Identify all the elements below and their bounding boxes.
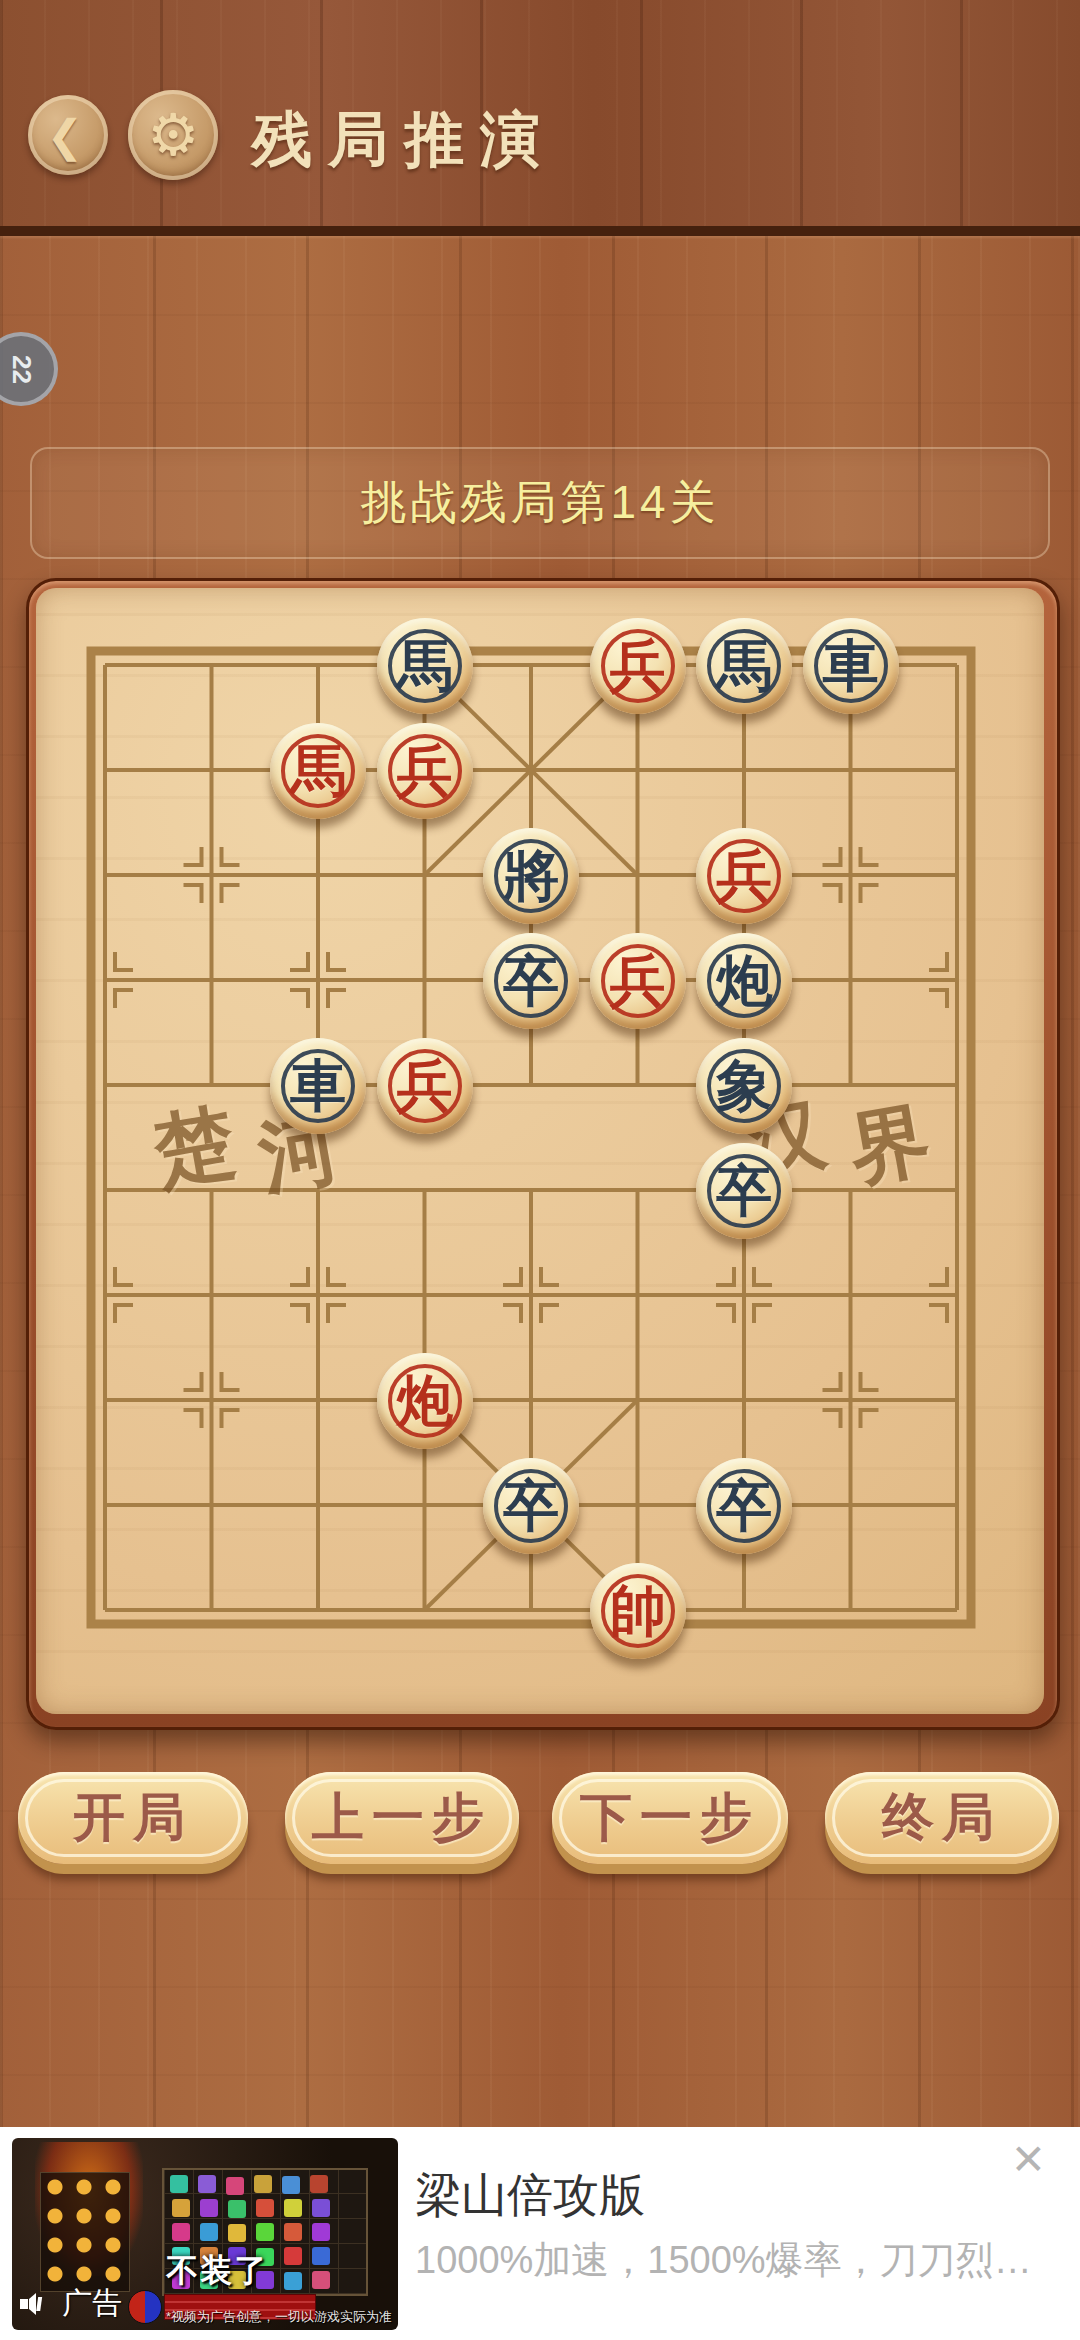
piece-red-帥[interactable]: 帥 [590, 1563, 686, 1659]
ad-close-icon[interactable]: ✕ [1011, 2139, 1046, 2181]
xiangqi-board: 楚 河 汉 界 馬兵馬車馬兵將兵卒兵炮車兵象卒炮卒卒帥 [36, 588, 1044, 1714]
piece-glyph: 卒 [716, 1163, 772, 1219]
piece-red-兵[interactable]: 兵 [590, 618, 686, 714]
back-button[interactable]: ❮ [28, 95, 108, 175]
piece-glyph: 車 [823, 638, 879, 694]
piece-black-卒[interactable]: 卒 [696, 1458, 792, 1554]
piece-red-兵[interactable]: 兵 [377, 1038, 473, 1134]
level-banner: 挑战残局第14关 [30, 447, 1050, 559]
piece-black-炮[interactable]: 炮 [696, 933, 792, 1029]
board-grid: 馬兵馬車馬兵將兵卒兵炮車兵象卒炮卒卒帥 [52, 613, 1011, 1663]
piece-glyph: 車 [290, 1058, 346, 1114]
ad-overlay-text: 不装了 [166, 2249, 268, 2293]
settings-button[interactable]: ⚙ [128, 90, 218, 180]
next-move-button[interactable]: 下一步 [552, 1772, 788, 1864]
previous-move-button[interactable]: 上一步 [285, 1772, 519, 1864]
piece-glyph: 兵 [397, 1058, 453, 1114]
piece-glyph: 兵 [716, 848, 772, 904]
piece-black-卒[interactable]: 卒 [696, 1143, 792, 1239]
piece-red-兵[interactable]: 兵 [590, 933, 686, 1029]
piece-glyph: 卒 [716, 1478, 772, 1534]
piece-glyph: 炮 [716, 953, 772, 1009]
ad-banner: 不装了 广告 *视频为广告创意，一切以游戏实际为准 ✕ 梁山倍攻版 1000%加… [0, 2127, 1080, 2340]
page-title: 残局推演 [252, 100, 556, 181]
piece-red-兵[interactable]: 兵 [377, 723, 473, 819]
floating-badge-value: 22 [5, 355, 36, 384]
piece-glyph: 炮 [397, 1373, 453, 1429]
piece-black-卒[interactable]: 卒 [483, 1458, 579, 1554]
level-banner-text: 挑战残局第14关 [360, 472, 719, 534]
header-divider [0, 226, 1080, 236]
ad-thumbnail[interactable]: 不装了 广告 *视频为广告创意，一切以游戏实际为准 [12, 2138, 398, 2330]
piece-glyph: 兵 [610, 638, 666, 694]
restart-button-label: 开局 [73, 1783, 193, 1853]
piece-black-象[interactable]: 象 [696, 1038, 792, 1134]
piece-glyph: 象 [716, 1058, 772, 1114]
piece-black-車[interactable]: 車 [270, 1038, 366, 1134]
app-screen: ❮ ⚙ 残局推演 22 挑战残局第14关 楚 河 汉 界 馬兵馬車馬兵將兵卒兵炮… [0, 0, 1080, 2340]
final-position-button-label: 终局 [882, 1783, 1002, 1853]
piece-black-馬[interactable]: 馬 [377, 618, 473, 714]
piece-black-將[interactable]: 將 [483, 828, 579, 924]
ad-label: 广告 [20, 2283, 122, 2324]
piece-black-卒[interactable]: 卒 [483, 933, 579, 1029]
piece-glyph: 卒 [503, 1478, 559, 1534]
piece-glyph: 兵 [397, 743, 453, 799]
ad-art-hp-orb [128, 2290, 162, 2324]
piece-red-炮[interactable]: 炮 [377, 1353, 473, 1449]
piece-black-馬[interactable]: 馬 [696, 618, 792, 714]
piece-red-馬[interactable]: 馬 [270, 723, 366, 819]
ad-art-orb-panel [40, 2172, 130, 2292]
ad-subtitle: 1000%加速，1500%爆率，刀刀烈… [415, 2235, 1032, 2286]
gear-icon: ⚙ [147, 106, 199, 164]
piece-glyph: 馬 [290, 743, 346, 799]
restart-button[interactable]: 开局 [18, 1772, 248, 1864]
piece-red-兵[interactable]: 兵 [696, 828, 792, 924]
piece-glyph: 將 [503, 848, 559, 904]
ad-label-text: 广告 [62, 2283, 122, 2324]
piece-black-車[interactable]: 車 [803, 618, 899, 714]
previous-move-button-label: 上一步 [312, 1783, 492, 1853]
megaphone-icon [20, 2291, 54, 2317]
piece-glyph: 馬 [716, 638, 772, 694]
ad-title[interactable]: 梁山倍攻版 [415, 2165, 645, 2227]
piece-glyph: 帥 [610, 1583, 666, 1639]
ad-disclaimer: *视频为广告创意，一切以游戏实际为准 [166, 2308, 392, 2326]
piece-glyph: 卒 [503, 953, 559, 1009]
piece-glyph: 馬 [397, 638, 453, 694]
final-position-button[interactable]: 终局 [825, 1772, 1059, 1864]
floating-badge[interactable]: 22 [0, 332, 58, 406]
next-move-button-label: 下一步 [580, 1783, 760, 1853]
piece-glyph: 兵 [610, 953, 666, 1009]
back-chevron-icon: ❮ [47, 110, 84, 161]
